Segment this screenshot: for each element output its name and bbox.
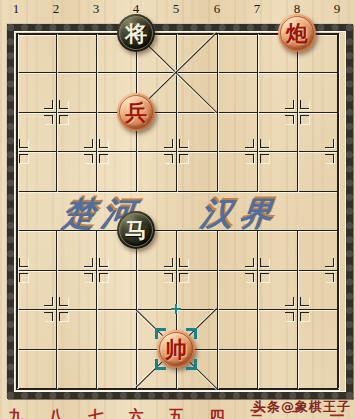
point-marker — [325, 273, 334, 282]
point-marker — [84, 273, 93, 282]
board-line — [297, 33, 298, 191]
point-marker — [179, 154, 188, 163]
point-marker — [260, 258, 269, 267]
point-marker — [300, 312, 309, 321]
point-marker — [285, 297, 294, 306]
xiangqi-board[interactable]: 楚河 汉界 将炮兵马帅 — [0, 0, 355, 419]
board-line — [176, 33, 177, 191]
piece-red-general[interactable]: 帅 — [157, 330, 195, 368]
board-line — [257, 33, 258, 191]
point-marker — [84, 139, 93, 148]
river-text-han-jie: 汉界 — [198, 192, 281, 237]
board-line — [297, 230, 298, 388]
point-marker — [84, 154, 93, 163]
point-marker — [164, 258, 173, 267]
board-line — [16, 270, 339, 271]
point-marker — [84, 258, 93, 267]
point-marker — [260, 139, 269, 148]
move-marker — [171, 304, 181, 314]
point-marker — [99, 258, 108, 267]
point-marker — [19, 154, 28, 163]
point-marker — [300, 100, 309, 109]
board-line — [56, 33, 57, 191]
point-marker — [44, 297, 53, 306]
board-line — [217, 230, 218, 388]
board-line — [96, 33, 97, 191]
point-marker — [164, 154, 173, 163]
point-marker — [300, 115, 309, 124]
point-marker — [59, 312, 68, 321]
point-marker — [19, 258, 28, 267]
watermark: 头条@象棋王子 — [253, 398, 351, 416]
point-marker — [164, 273, 173, 282]
point-marker — [99, 154, 108, 163]
point-marker — [325, 139, 334, 148]
board-line — [257, 230, 258, 388]
point-marker — [285, 312, 294, 321]
point-marker — [179, 273, 188, 282]
piece-ring — [119, 213, 153, 247]
point-marker — [44, 115, 53, 124]
point-marker — [44, 312, 53, 321]
point-marker — [44, 100, 53, 109]
point-marker — [260, 154, 269, 163]
board-line — [337, 33, 339, 388]
point-marker — [99, 139, 108, 148]
point-marker — [245, 258, 254, 267]
point-marker — [19, 273, 28, 282]
point-marker — [300, 297, 309, 306]
point-marker — [245, 154, 254, 163]
board-line — [56, 230, 57, 388]
point-marker — [99, 273, 108, 282]
board-line — [16, 151, 339, 152]
point-marker — [19, 139, 28, 148]
piece-red-cannon[interactable]: 炮 — [278, 14, 316, 52]
piece-ring — [119, 95, 153, 129]
point-marker — [245, 273, 254, 282]
point-marker — [164, 139, 173, 148]
piece-ring — [159, 332, 193, 366]
point-marker — [59, 115, 68, 124]
point-marker — [59, 100, 68, 109]
point-marker — [260, 273, 269, 282]
board-line — [16, 112, 339, 113]
board-line — [96, 230, 97, 388]
piece-black-horse[interactable]: 马 — [117, 211, 155, 249]
board-line — [217, 33, 218, 191]
point-marker — [245, 139, 254, 148]
point-marker — [325, 258, 334, 267]
piece-ring — [119, 16, 153, 50]
point-marker — [179, 139, 188, 148]
xiangqi-app: 123456789 楚河 汉界 将炮兵马帅 九八七六五四三二一 头条@象棋王子 — [0, 0, 355, 419]
point-marker — [285, 115, 294, 124]
point-marker — [179, 258, 188, 267]
board-line — [16, 33, 18, 388]
point-marker — [59, 297, 68, 306]
piece-ring — [280, 16, 314, 50]
piece-red-soldier[interactable]: 兵 — [117, 93, 155, 131]
point-marker — [325, 154, 334, 163]
board-line — [16, 388, 339, 390]
point-marker — [285, 100, 294, 109]
piece-black-general[interactable]: 将 — [117, 14, 155, 52]
